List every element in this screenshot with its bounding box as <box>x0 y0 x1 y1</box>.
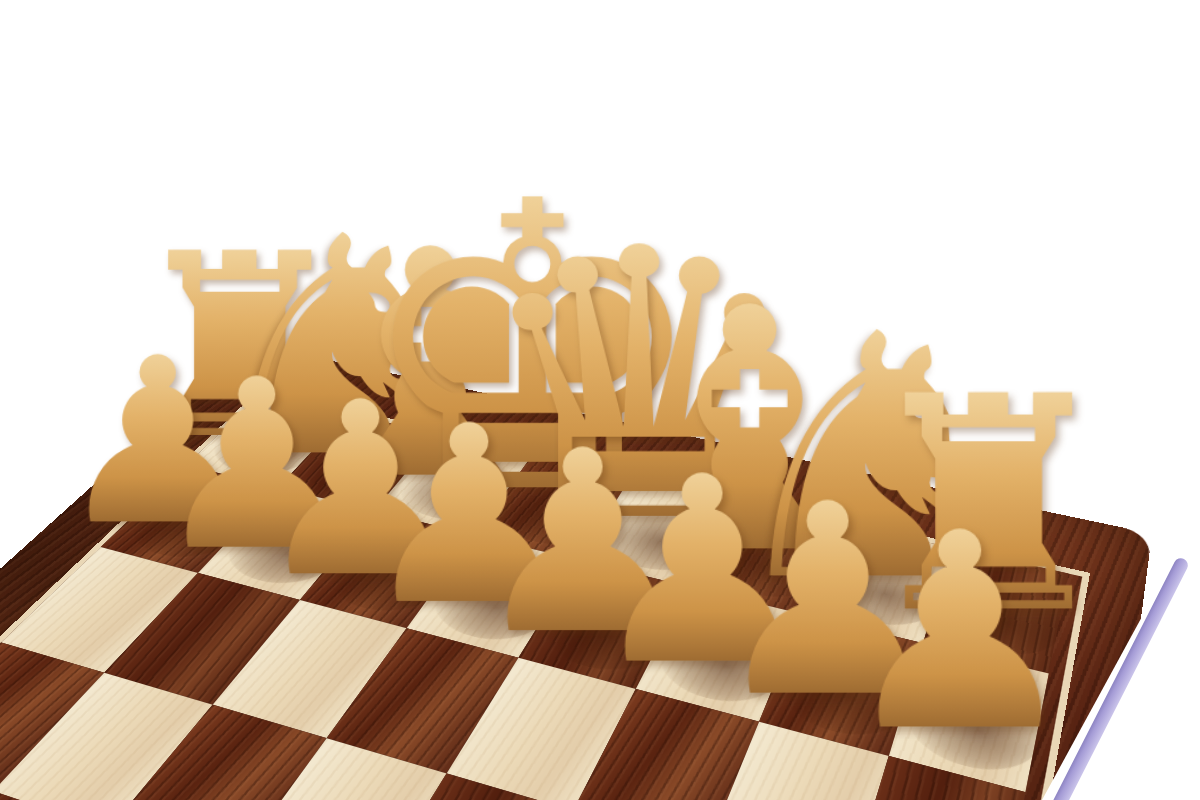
pawn-glyph: ♟ <box>496 504 1200 762</box>
chess-board: ♟♟♟♟♟♟♟♟♜♞♝♛♚♝♞♜ <box>0 344 1152 800</box>
board-playing-field: ♟♟♟♟♟♟♟♟♜♞♝♛♚♝♞♜ <box>0 390 1090 800</box>
board-scene: ♟♟♟♟♟♟♟♟♜♞♝♛♚♝♞♜ <box>0 0 1200 800</box>
chess-set-photo: ♟♟♟♟♟♟♟♟♜♞♝♛♚♝♞♜ <box>0 0 1200 800</box>
